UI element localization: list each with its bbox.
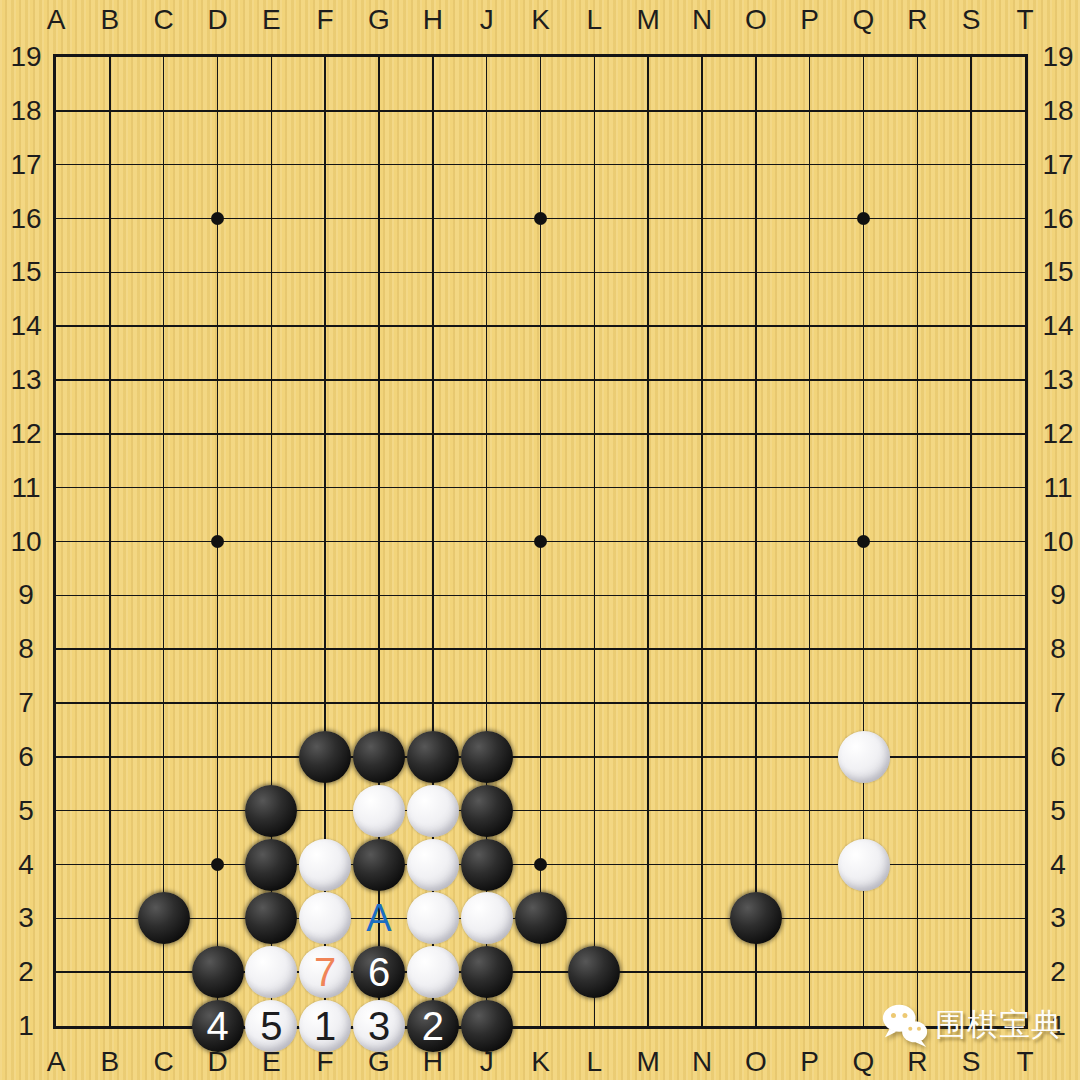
star-point-Q16 <box>857 212 870 225</box>
annotation-A-G3[interactable]: A <box>353 892 405 944</box>
row-label-left-1: 1 <box>4 1010 48 1042</box>
stone-black-E5[interactable] <box>245 785 297 837</box>
go-app-screenshot: AABBCCDDEEFFGGHHJJKKLLMMNNOOPPQQRRSSTT19… <box>0 0 1080 1080</box>
row-label-left-16: 16 <box>4 203 48 235</box>
row-label-left-17: 17 <box>4 149 48 181</box>
row-label-left-8: 8 <box>4 633 48 665</box>
column-label-top-O: O <box>734 4 778 36</box>
column-label-bottom-S: S <box>949 1046 993 1078</box>
column-label-top-E: E <box>249 4 293 36</box>
row-label-right-8: 8 <box>1036 633 1080 665</box>
grid-horizontal-line <box>56 595 1025 597</box>
stone-white-F2[interactable]: 7 <box>299 946 351 998</box>
column-label-bottom-K: K <box>519 1046 563 1078</box>
row-label-right-14: 14 <box>1036 310 1080 342</box>
column-label-bottom-P: P <box>788 1046 832 1078</box>
stone-white-H3[interactable] <box>407 892 459 944</box>
row-label-left-5: 5 <box>4 795 48 827</box>
row-label-left-10: 10 <box>4 526 48 558</box>
row-label-right-9: 9 <box>1036 579 1080 611</box>
row-label-right-5: 5 <box>1036 795 1080 827</box>
column-label-top-B: B <box>88 4 132 36</box>
column-label-top-D: D <box>196 4 240 36</box>
row-label-right-12: 12 <box>1036 418 1080 450</box>
column-label-top-Q: Q <box>842 4 886 36</box>
column-label-top-G: G <box>357 4 401 36</box>
column-label-bottom-C: C <box>142 1046 186 1078</box>
stone-black-K3[interactable] <box>515 892 567 944</box>
column-label-bottom-A: A <box>34 1046 78 1078</box>
column-label-top-R: R <box>895 4 939 36</box>
column-label-top-S: S <box>949 4 993 36</box>
stone-white-G1[interactable]: 3 <box>353 1000 405 1052</box>
row-label-left-4: 4 <box>4 849 48 881</box>
grid-vertical-line <box>809 57 811 1026</box>
stone-black-E4[interactable] <box>245 839 297 891</box>
column-label-top-N: N <box>680 4 724 36</box>
column-label-top-F: F <box>303 4 347 36</box>
row-label-right-17: 17 <box>1036 149 1080 181</box>
column-label-top-P: P <box>788 4 832 36</box>
star-point-D10 <box>211 535 224 548</box>
move-number-6: 6 <box>368 946 390 998</box>
stone-white-G5[interactable] <box>353 785 405 837</box>
star-point-Q10 <box>857 535 870 548</box>
row-label-left-9: 9 <box>4 579 48 611</box>
row-label-left-18: 18 <box>4 95 48 127</box>
star-point-K16 <box>534 212 547 225</box>
stone-white-Q4[interactable] <box>838 839 890 891</box>
stone-black-J1[interactable] <box>461 1000 513 1052</box>
move-number-5: 5 <box>260 1000 282 1052</box>
stone-white-H2[interactable] <box>407 946 459 998</box>
stone-black-G2[interactable]: 6 <box>353 946 405 998</box>
stone-black-J5[interactable] <box>461 785 513 837</box>
row-label-right-13: 13 <box>1036 364 1080 396</box>
column-label-bottom-M: M <box>626 1046 670 1078</box>
column-label-top-A: A <box>34 4 78 36</box>
row-label-right-16: 16 <box>1036 203 1080 235</box>
row-label-left-7: 7 <box>4 687 48 719</box>
stone-black-F6[interactable] <box>299 731 351 783</box>
grid-vertical-line <box>647 57 649 1026</box>
stone-black-D1[interactable]: 4 <box>192 1000 244 1052</box>
stone-white-E1[interactable]: 5 <box>245 1000 297 1052</box>
column-label-bottom-Q: Q <box>842 1046 886 1078</box>
row-label-right-4: 4 <box>1036 849 1080 881</box>
move-number-1: 1 <box>314 1000 336 1052</box>
column-label-bottom-B: B <box>88 1046 132 1078</box>
star-point-K10 <box>534 535 547 548</box>
row-label-right-6: 6 <box>1036 741 1080 773</box>
row-label-right-18: 18 <box>1036 95 1080 127</box>
grid-vertical-line <box>970 57 972 1026</box>
column-label-top-L: L <box>572 4 616 36</box>
column-label-bottom-N: N <box>680 1046 724 1078</box>
row-label-left-12: 12 <box>4 418 48 450</box>
grid-vertical-line <box>594 57 596 1026</box>
stone-black-O3[interactable] <box>730 892 782 944</box>
star-point-K4 <box>534 858 547 871</box>
stone-black-J6[interactable] <box>461 731 513 783</box>
row-label-left-3: 3 <box>4 902 48 934</box>
stone-white-F4[interactable] <box>299 839 351 891</box>
row-label-left-19: 19 <box>4 41 48 73</box>
stone-white-Q6[interactable] <box>838 731 890 783</box>
column-label-top-H: H <box>411 4 455 36</box>
stone-white-J3[interactable] <box>461 892 513 944</box>
grid-horizontal-line <box>56 810 1025 812</box>
row-label-right-7: 7 <box>1036 687 1080 719</box>
grid-horizontal-line <box>56 702 1025 704</box>
column-label-bottom-L: L <box>572 1046 616 1078</box>
row-label-left-6: 6 <box>4 741 48 773</box>
column-label-top-T: T <box>1003 4 1047 36</box>
column-label-top-K: K <box>519 4 563 36</box>
row-label-left-11: 11 <box>4 472 48 504</box>
stone-black-H1[interactable]: 2 <box>407 1000 459 1052</box>
column-label-top-J: J <box>465 4 509 36</box>
grid-vertical-line <box>755 57 757 1026</box>
row-label-right-1: 1 <box>1036 1010 1080 1042</box>
grid-horizontal-line <box>56 648 1025 650</box>
row-label-left-15: 15 <box>4 256 48 288</box>
stone-black-J2[interactable] <box>461 946 513 998</box>
row-label-left-2: 2 <box>4 956 48 988</box>
row-label-right-11: 11 <box>1036 472 1080 504</box>
row-label-left-14: 14 <box>4 310 48 342</box>
move-number-3: 3 <box>368 1000 390 1052</box>
column-label-bottom-O: O <box>734 1046 778 1078</box>
stone-black-H6[interactable] <box>407 731 459 783</box>
row-label-right-3: 3 <box>1036 902 1080 934</box>
grid-vertical-line <box>701 57 703 1026</box>
column-label-top-M: M <box>626 4 670 36</box>
grid-vertical-line <box>917 57 919 1026</box>
move-number-2: 2 <box>422 1000 444 1052</box>
stone-black-C3[interactable] <box>138 892 190 944</box>
column-label-top-C: C <box>142 4 186 36</box>
stone-white-F1[interactable]: 1 <box>299 1000 351 1052</box>
stone-white-H5[interactable] <box>407 785 459 837</box>
stone-black-J4[interactable] <box>461 839 513 891</box>
stone-black-G4[interactable] <box>353 839 405 891</box>
star-point-D4 <box>211 858 224 871</box>
stone-white-H4[interactable] <box>407 839 459 891</box>
move-number-7: 7 <box>314 946 336 998</box>
row-label-right-10: 10 <box>1036 526 1080 558</box>
row-label-left-13: 13 <box>4 364 48 396</box>
column-label-bottom-T: T <box>1003 1046 1047 1078</box>
row-label-right-19: 19 <box>1036 41 1080 73</box>
stone-black-G6[interactable] <box>353 731 405 783</box>
star-point-D16 <box>211 212 224 225</box>
row-label-right-15: 15 <box>1036 256 1080 288</box>
row-label-right-2: 2 <box>1036 956 1080 988</box>
move-number-4: 4 <box>206 1000 228 1052</box>
column-label-bottom-R: R <box>895 1046 939 1078</box>
stone-black-D2[interactable] <box>192 946 244 998</box>
